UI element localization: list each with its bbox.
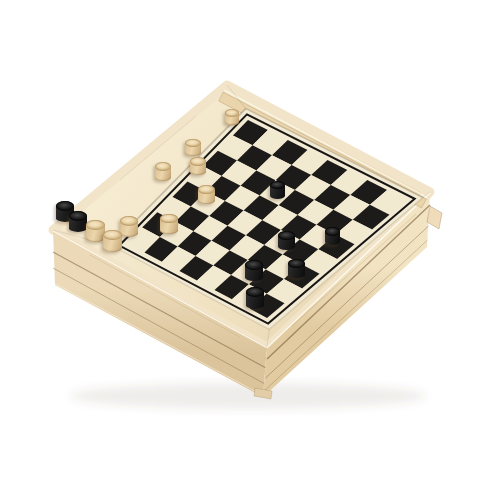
peg-black[interactable] [278,231,294,250]
peg-light[interactable] [198,185,214,204]
peg-top-face [245,260,262,270]
lid-step [427,206,442,229]
peg-black[interactable] [246,287,264,308]
peg-top-face [103,230,122,240]
peg-top-face [56,201,74,211]
peg-top-face [198,185,214,194]
peg-top-face [86,220,105,230]
peg-top-face [288,259,305,268]
peg-light[interactable] [225,109,239,125]
peg-black[interactable] [245,260,262,280]
peg-top-face [225,109,239,117]
peg-light[interactable] [103,230,122,252]
product-photo-checkers-box [0,0,480,480]
peg-light[interactable] [190,157,206,175]
peg-light[interactable] [185,139,200,157]
wooden-box [0,0,480,480]
peg-light[interactable] [120,216,138,237]
peg-black[interactable] [325,227,341,245]
peg-black[interactable] [270,181,285,199]
peg-black[interactable] [288,259,305,279]
peg-light[interactable] [155,162,171,181]
peg-top-face [185,139,200,147]
peg-top-face [160,214,177,224]
peg-black[interactable] [69,211,87,232]
peg-top-face [155,162,171,171]
peg-top-face [325,227,341,236]
peg-light[interactable] [160,214,177,234]
peg-top-face [190,157,206,166]
peg-top-face [69,211,87,221]
